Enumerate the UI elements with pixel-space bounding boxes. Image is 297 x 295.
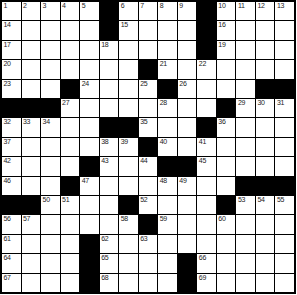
white-cell[interactable]: 38 [100,138,119,156]
white-cell[interactable]: 14 [2,21,21,39]
white-cell[interactable] [100,80,119,98]
white-cell[interactable]: 36 [217,118,236,136]
white-cell[interactable] [158,274,177,292]
clue-number: 33 [23,118,30,126]
clue-number: 26 [179,80,186,88]
white-cell[interactable]: 31 [275,99,294,117]
clue-number: 54 [257,196,264,204]
white-cell[interactable] [41,41,60,59]
white-cell[interactable] [80,21,99,39]
clue-number: 13 [277,2,284,10]
white-cell[interactable]: 9 [178,2,197,20]
white-cell[interactable]: 40 [158,138,177,156]
white-cell[interactable] [236,80,255,98]
white-cell[interactable]: 32 [2,118,21,136]
white-cell[interactable]: 6 [119,2,138,20]
clue-number: 48 [160,177,167,185]
white-cell[interactable] [22,254,41,272]
white-cell[interactable] [80,196,99,214]
clue-number: 29 [238,99,245,107]
white-cell[interactable] [80,215,99,233]
black-cell [80,157,99,175]
white-cell[interactable]: 3 [41,2,60,20]
white-cell[interactable] [61,138,80,156]
black-cell [275,80,294,98]
white-cell[interactable] [22,138,41,156]
clue-number: 30 [257,99,264,107]
clue-number: 16 [218,21,225,29]
clue-number: 45 [199,157,206,165]
white-cell[interactable] [236,235,255,253]
white-cell[interactable]: 58 [119,215,138,233]
clue-number: 10 [218,2,225,10]
clue-number: 41 [199,138,206,146]
white-cell[interactable] [275,254,294,272]
white-cell[interactable] [41,274,60,292]
white-cell[interactable] [275,235,294,253]
clue-number: 43 [101,157,108,165]
white-cell[interactable] [119,41,138,59]
black-cell [178,274,197,292]
clue-number: 21 [160,60,167,68]
white-cell[interactable]: 60 [217,215,236,233]
white-cell[interactable]: 5 [80,2,99,20]
clue-number: 66 [199,254,206,262]
black-cell [236,177,255,195]
white-cell[interactable]: 61 [2,235,21,253]
clue-number: 4 [62,2,66,10]
white-cell[interactable]: 1 [2,2,21,20]
white-cell[interactable]: 48 [158,177,177,195]
white-cell[interactable]: 34 [41,118,60,136]
white-cell[interactable] [61,41,80,59]
white-cell[interactable]: 52 [139,196,158,214]
white-cell[interactable]: 50 [41,196,60,214]
clue-number: 15 [121,21,128,29]
clue-number: 1 [4,2,8,10]
white-cell[interactable] [41,80,60,98]
black-cell [256,80,275,98]
black-cell [197,21,216,39]
white-cell[interactable] [217,274,236,292]
clue-number: 65 [101,254,108,262]
white-cell[interactable]: 18 [100,41,119,59]
white-cell[interactable] [197,80,216,98]
clue-number: 31 [277,99,284,107]
white-cell[interactable] [236,157,255,175]
white-cell[interactable]: 66 [197,254,216,272]
white-cell[interactable] [275,21,294,39]
clue-number: 59 [160,215,167,223]
white-cell[interactable] [119,177,138,195]
white-cell[interactable]: 7 [139,2,158,20]
white-cell[interactable] [100,196,119,214]
black-cell [139,138,158,156]
clue-number: 50 [43,196,50,204]
white-cell[interactable] [217,60,236,78]
white-cell[interactable] [275,274,294,292]
white-cell[interactable] [236,118,255,136]
white-cell[interactable]: 57 [22,215,41,233]
white-cell[interactable] [178,235,197,253]
white-cell[interactable]: 23 [2,80,21,98]
white-cell[interactable]: 16 [217,21,236,39]
white-cell[interactable] [80,138,99,156]
clue-number: 28 [160,99,167,107]
clue-number: 46 [4,177,11,185]
white-cell[interactable]: 43 [100,157,119,175]
clue-number: 34 [43,118,50,126]
clue-number: 14 [4,21,11,29]
white-cell[interactable] [158,254,177,272]
white-cell[interactable] [178,21,197,39]
clue-number: 7 [140,2,144,10]
white-cell[interactable] [139,41,158,59]
white-cell[interactable] [236,41,255,59]
white-cell[interactable] [197,177,216,195]
white-cell[interactable] [119,60,138,78]
black-cell [139,215,158,233]
white-cell[interactable]: 45 [197,157,216,175]
white-cell[interactable]: 65 [100,254,119,272]
white-cell[interactable] [158,196,177,214]
clue-number: 23 [4,80,11,88]
black-cell [217,99,236,117]
white-cell[interactable] [256,21,275,39]
white-cell[interactable] [197,235,216,253]
white-cell[interactable] [217,157,236,175]
white-cell[interactable] [256,60,275,78]
black-cell [197,41,216,59]
clue-number: 58 [121,215,128,223]
white-cell[interactable] [217,235,236,253]
white-cell[interactable] [22,21,41,39]
white-cell[interactable]: 30 [256,99,275,117]
white-cell[interactable]: 21 [158,60,177,78]
clue-number: 68 [101,274,108,282]
clue-number: 67 [4,274,11,282]
clue-number: 25 [140,80,147,88]
clue-number: 3 [43,2,47,10]
white-cell[interactable] [61,215,80,233]
white-cell[interactable] [22,274,41,292]
white-cell[interactable] [119,157,138,175]
white-cell[interactable] [100,177,119,195]
clue-number: 11 [238,2,245,10]
black-cell [2,196,21,214]
black-cell [217,196,236,214]
white-cell[interactable] [256,118,275,136]
white-cell[interactable]: 42 [2,157,21,175]
white-cell[interactable] [256,138,275,156]
white-cell[interactable] [100,215,119,233]
white-cell[interactable]: 13 [275,2,294,20]
white-cell[interactable] [178,196,197,214]
clue-number: 51 [62,196,69,204]
black-cell [256,177,275,195]
white-cell[interactable] [236,254,255,272]
white-cell[interactable] [236,138,255,156]
white-cell[interactable]: 33 [22,118,41,136]
white-cell[interactable] [22,80,41,98]
white-cell[interactable] [61,60,80,78]
clue-number: 24 [82,80,89,88]
white-cell[interactable] [80,60,99,78]
clue-number: 35 [140,118,147,126]
black-cell [178,157,197,175]
white-cell[interactable] [80,118,99,136]
white-cell[interactable] [275,41,294,59]
white-cell[interactable]: 2 [22,2,41,20]
white-cell[interactable]: 15 [119,21,138,39]
black-cell [80,274,99,292]
white-cell[interactable]: 25 [139,80,158,98]
white-cell[interactable] [178,118,197,136]
white-cell[interactable]: 27 [61,99,80,117]
clue-number: 56 [4,215,11,223]
clue-number: 53 [238,196,245,204]
white-cell[interactable] [119,274,138,292]
white-cell[interactable] [41,60,60,78]
white-cell[interactable] [197,215,216,233]
white-cell[interactable] [256,41,275,59]
black-cell [2,99,21,117]
clue-number: 42 [4,157,11,165]
white-cell[interactable]: 53 [236,196,255,214]
white-cell[interactable]: 51 [61,196,80,214]
white-cell[interactable] [217,80,236,98]
white-cell[interactable]: 37 [2,138,21,156]
white-cell[interactable] [41,138,60,156]
clue-number: 39 [121,138,128,146]
white-cell[interactable] [22,41,41,59]
white-cell[interactable] [178,41,197,59]
clue-number: 18 [101,41,108,49]
white-cell[interactable]: 62 [100,235,119,253]
clue-number: 47 [82,177,89,185]
black-cell [158,157,177,175]
white-cell[interactable] [119,235,138,253]
black-cell [119,196,138,214]
clue-number: 5 [82,2,86,10]
white-cell[interactable] [61,274,80,292]
clue-number: 37 [4,138,11,146]
clue-number: 9 [179,2,183,10]
white-cell[interactable] [61,235,80,253]
black-cell [100,118,119,136]
clue-number: 2 [23,2,27,10]
clue-number: 40 [160,138,167,146]
white-cell[interactable]: 20 [2,60,21,78]
clue-number: 12 [257,2,264,10]
white-cell[interactable] [158,41,177,59]
black-cell [275,177,294,195]
clue-number: 32 [4,118,11,126]
white-cell[interactable] [80,99,99,117]
white-cell[interactable] [256,254,275,272]
white-cell[interactable] [41,177,60,195]
white-cell[interactable] [197,196,216,214]
clue-number: 52 [140,196,147,204]
white-cell[interactable]: 26 [178,80,197,98]
white-cell[interactable] [275,60,294,78]
clue-number: 55 [277,196,284,204]
clue-number: 8 [160,2,164,10]
white-cell[interactable]: 41 [197,138,216,156]
white-cell[interactable] [217,177,236,195]
white-cell[interactable] [158,21,177,39]
white-cell[interactable] [275,138,294,156]
white-cell[interactable] [178,215,197,233]
white-cell[interactable] [178,99,197,117]
white-cell[interactable] [41,215,60,233]
clue-number: 49 [179,177,186,185]
white-cell[interactable] [236,60,255,78]
clue-number: 17 [4,41,11,49]
white-cell[interactable]: 11 [236,2,255,20]
white-cell[interactable] [139,177,158,195]
clue-number: 6 [121,2,125,10]
white-cell[interactable] [178,60,197,78]
white-cell[interactable] [158,235,177,253]
black-cell [61,177,80,195]
white-cell[interactable] [100,60,119,78]
clue-number: 64 [4,254,11,262]
clue-number: 63 [140,235,147,243]
white-cell[interactable]: 55 [275,196,294,214]
white-cell[interactable]: 44 [139,157,158,175]
black-cell [61,80,80,98]
white-cell[interactable]: 67 [2,274,21,292]
white-cell[interactable] [139,254,158,272]
white-cell[interactable]: 47 [80,177,99,195]
black-cell [158,80,177,98]
white-cell[interactable] [22,235,41,253]
white-cell[interactable] [22,60,41,78]
white-cell[interactable]: 54 [256,196,275,214]
clue-number: 61 [4,235,11,243]
white-cell[interactable] [22,177,41,195]
white-cell[interactable] [139,21,158,39]
clue-number: 38 [101,138,108,146]
white-cell[interactable] [139,99,158,117]
white-cell[interactable] [119,80,138,98]
white-cell[interactable] [80,41,99,59]
white-cell[interactable] [275,215,294,233]
clue-number: 44 [140,157,147,165]
white-cell[interactable] [236,215,255,233]
white-cell[interactable]: 59 [158,215,177,233]
white-cell[interactable]: 22 [197,60,216,78]
clue-number: 22 [199,60,206,68]
black-cell [80,235,99,253]
black-cell [22,99,41,117]
white-cell[interactable] [158,118,177,136]
white-cell[interactable] [119,99,138,117]
white-cell[interactable]: 35 [139,118,158,136]
clue-number: 57 [23,215,30,223]
white-cell[interactable] [139,274,158,292]
black-cell [119,118,138,136]
white-cell[interactable] [256,274,275,292]
clue-number: 69 [199,274,206,282]
white-cell[interactable] [236,274,255,292]
clue-number: 62 [101,235,108,243]
clue-number: 60 [218,215,225,223]
black-cell [100,2,119,20]
white-cell[interactable] [61,254,80,272]
white-cell[interactable]: 63 [139,235,158,253]
white-cell[interactable] [275,118,294,136]
white-cell[interactable]: 56 [2,215,21,233]
black-cell [197,2,216,20]
white-cell[interactable]: 8 [158,2,177,20]
white-cell[interactable] [41,254,60,272]
white-cell[interactable] [41,21,60,39]
white-cell[interactable]: 46 [2,177,21,195]
white-cell[interactable] [197,99,216,117]
white-cell[interactable] [217,138,236,156]
white-cell[interactable]: 64 [2,254,21,272]
white-cell[interactable]: 12 [256,2,275,20]
white-cell[interactable] [61,157,80,175]
clue-number: 36 [218,118,225,126]
clue-number: 20 [4,60,11,68]
white-cell[interactable]: 29 [236,99,255,117]
white-cell[interactable] [61,118,80,136]
white-cell[interactable] [256,235,275,253]
white-cell[interactable] [236,21,255,39]
black-cell [80,254,99,272]
white-cell[interactable]: 4 [61,2,80,20]
white-cell[interactable] [256,215,275,233]
white-cell[interactable]: 39 [119,138,138,156]
white-cell[interactable]: 17 [2,41,21,59]
white-cell[interactable]: 28 [158,99,177,117]
black-cell [197,118,216,136]
black-cell [22,196,41,214]
white-cell[interactable]: 10 [217,2,236,20]
white-cell[interactable]: 19 [217,41,236,59]
crossword-board: 1234567891011121314151617181920212223242… [0,0,296,294]
black-cell [139,60,158,78]
white-cell[interactable] [217,254,236,272]
black-cell [178,254,197,272]
white-cell[interactable] [100,99,119,117]
white-cell[interactable]: 49 [178,177,197,195]
clue-number: 19 [218,41,225,49]
white-cell[interactable]: 24 [80,80,99,98]
crossword-page: 1234567891011121314151617181920212223242… [0,0,297,295]
black-cell [100,21,119,39]
white-cell[interactable] [256,157,275,175]
white-cell[interactable] [41,157,60,175]
black-cell [41,99,60,117]
white-cell[interactable] [119,254,138,272]
white-cell[interactable] [61,21,80,39]
white-cell[interactable] [41,235,60,253]
white-cell[interactable]: 68 [100,274,119,292]
white-cell[interactable] [275,157,294,175]
white-cell[interactable] [22,157,41,175]
white-cell[interactable] [178,138,197,156]
white-cell[interactable]: 69 [197,274,216,292]
clue-number: 27 [62,99,69,107]
